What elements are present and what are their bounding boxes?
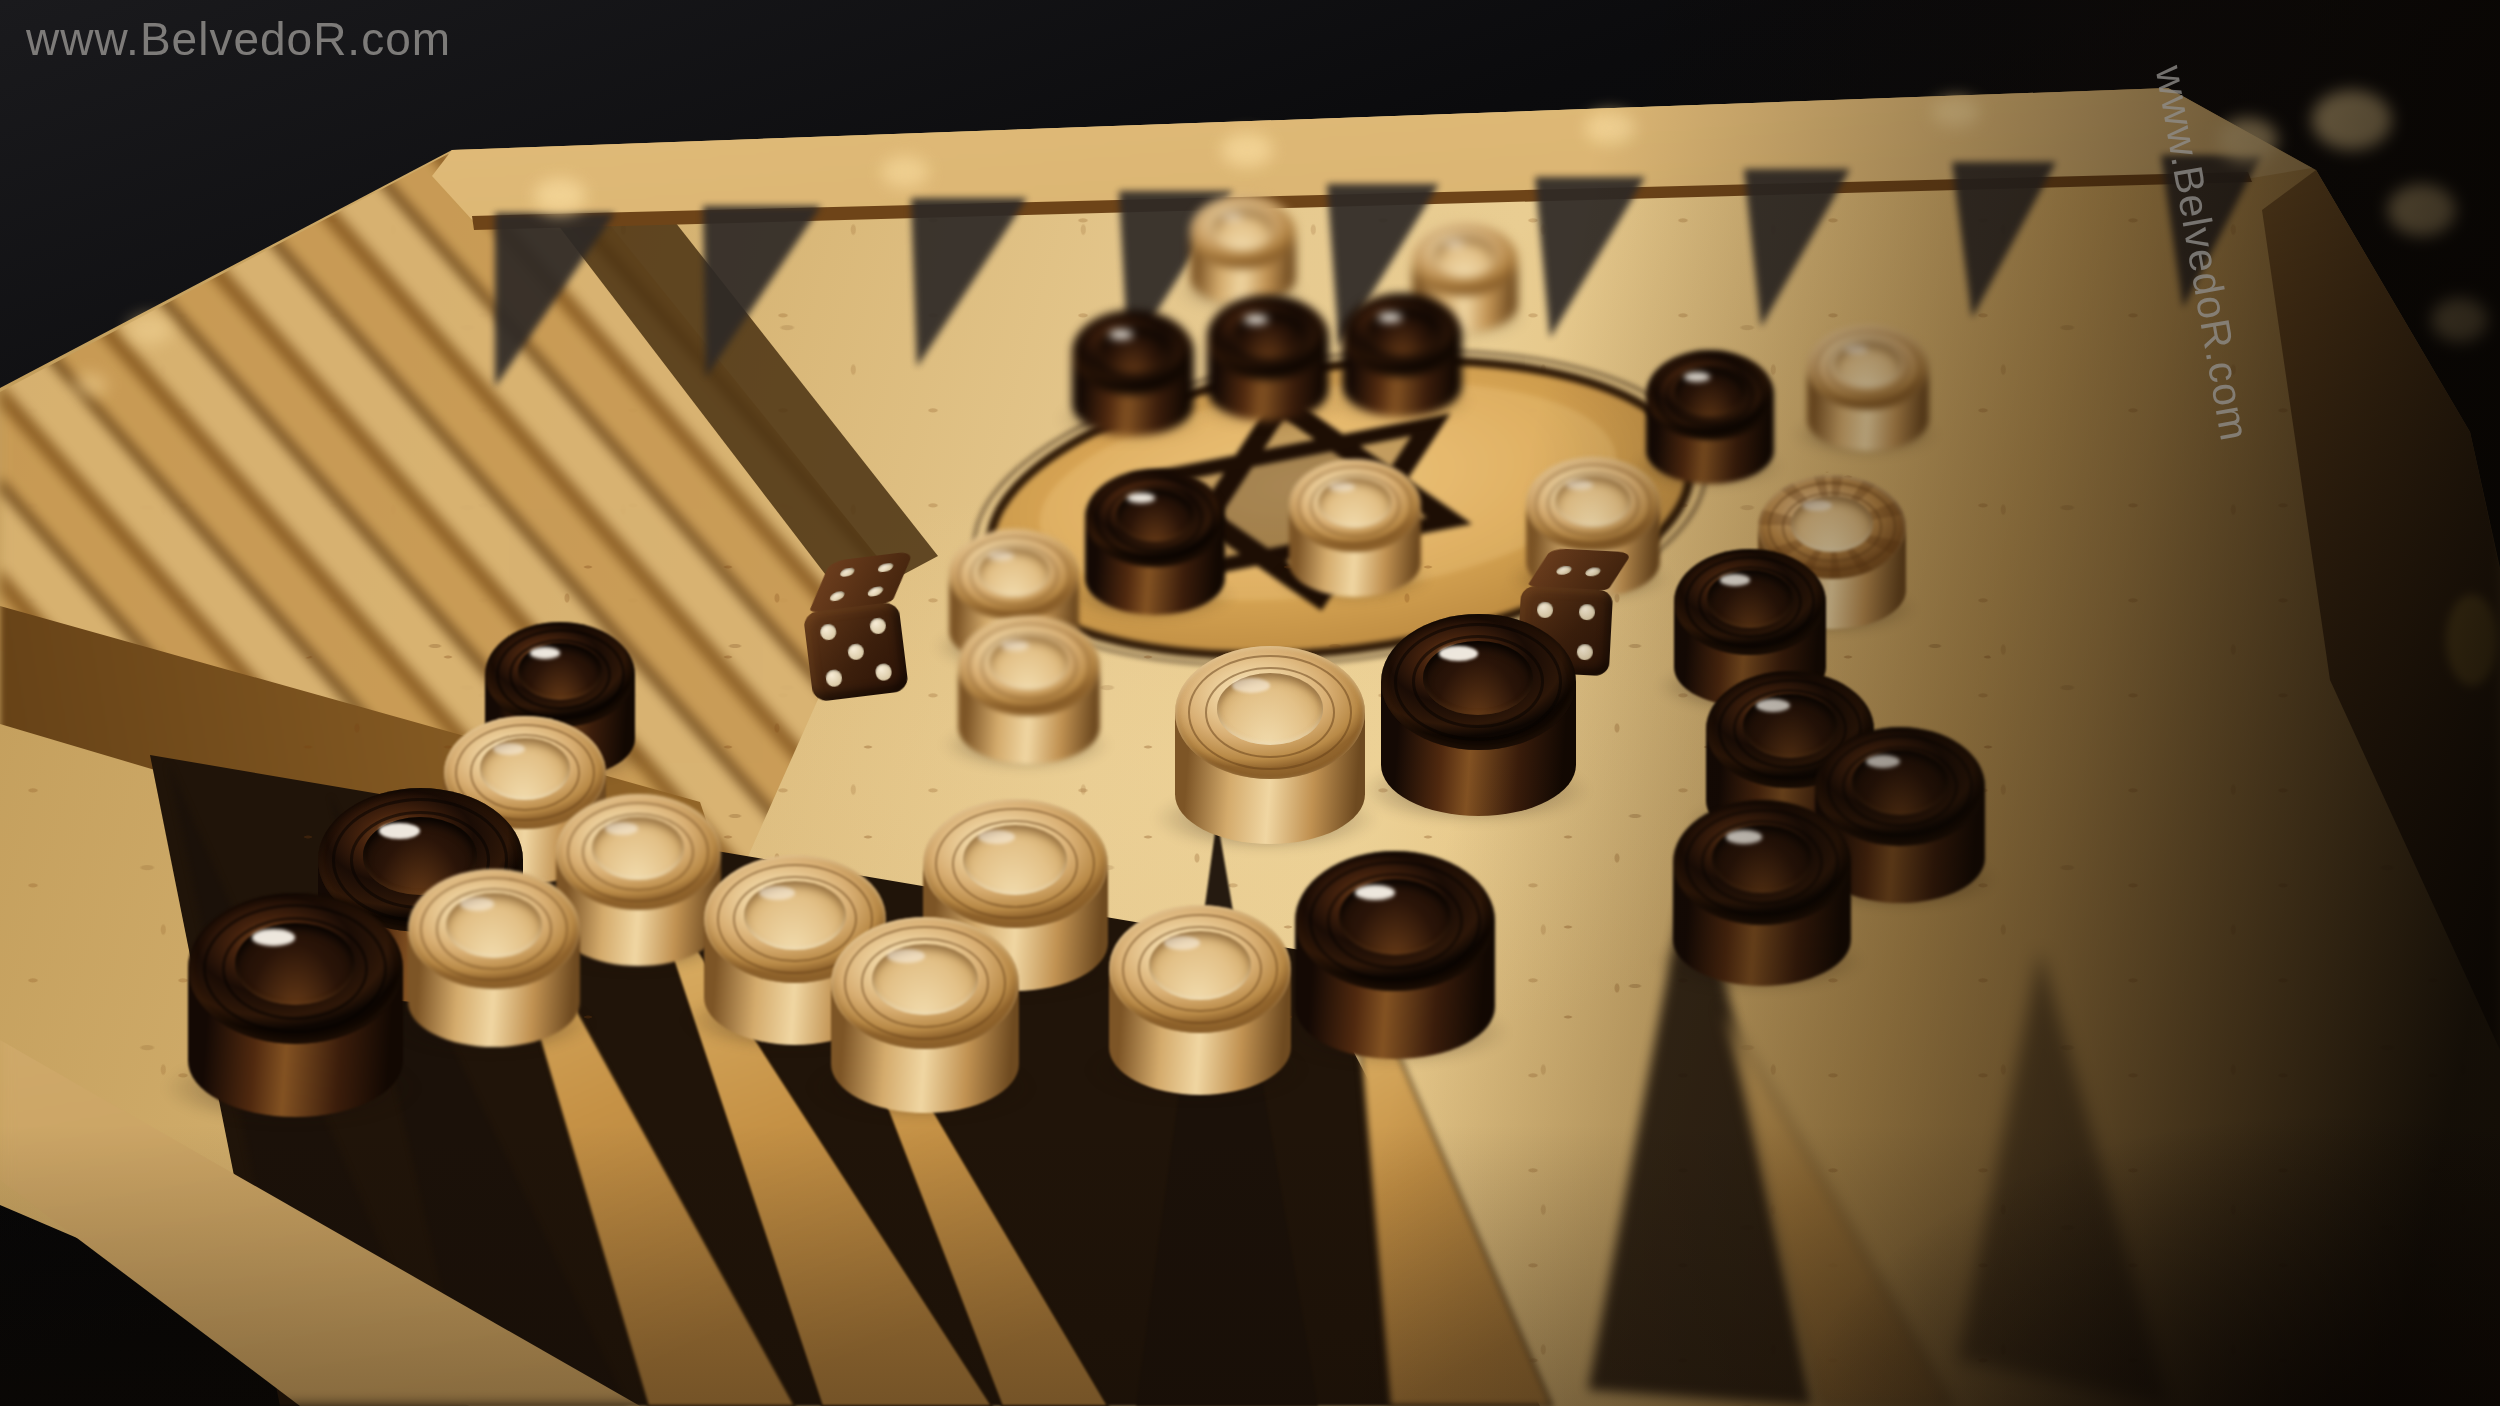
checker-top xyxy=(1342,293,1462,377)
specular-glint xyxy=(978,830,1015,844)
checker-light[interactable] xyxy=(958,616,1100,764)
specular-glint xyxy=(1222,213,1243,221)
checker-top xyxy=(1646,350,1774,440)
checker-top xyxy=(958,616,1100,715)
specular-glint xyxy=(1378,313,1402,322)
checker-top xyxy=(1673,800,1851,925)
checker-light[interactable] xyxy=(1109,905,1291,1094)
checker-top xyxy=(1381,614,1576,751)
checker-top xyxy=(949,529,1079,620)
die-top-face xyxy=(808,551,913,612)
die-pip xyxy=(828,590,846,601)
checker-light[interactable] xyxy=(1190,195,1296,305)
specular-glint xyxy=(1566,480,1593,490)
checker-top xyxy=(1190,195,1296,269)
checker-top xyxy=(831,917,1019,1049)
specular-glint xyxy=(530,647,560,659)
specular-glint xyxy=(252,929,295,946)
die-pip xyxy=(1579,604,1595,620)
checker-top xyxy=(1295,851,1495,991)
checker-top xyxy=(408,869,580,989)
specular-glint xyxy=(759,886,795,900)
checker-dark[interactable] xyxy=(1207,295,1329,422)
backgammon-board-photo: www.BelvedoR.com www.BelvedoR.com xyxy=(0,0,2500,1406)
checker-light[interactable] xyxy=(1807,325,1929,452)
checker-top xyxy=(1207,295,1329,380)
checker-top xyxy=(1085,469,1225,567)
checker-dark[interactable] xyxy=(1072,310,1194,437)
die-pip xyxy=(838,567,856,578)
checker-dark[interactable] xyxy=(1085,469,1225,615)
specular-glint xyxy=(1355,885,1395,900)
die-pip xyxy=(1554,566,1573,575)
specular-glint xyxy=(1444,240,1465,248)
checker-dark[interactable] xyxy=(188,893,403,1117)
checker-dark[interactable] xyxy=(1342,293,1462,418)
die-pip xyxy=(819,622,837,640)
specular-glint xyxy=(1756,699,1790,712)
checker-top xyxy=(1109,905,1291,1032)
checker-top xyxy=(1175,646,1365,779)
checker-light[interactable] xyxy=(831,917,1019,1113)
checker-top xyxy=(485,622,635,727)
specular-glint xyxy=(1329,482,1355,492)
die-pip xyxy=(825,669,843,687)
specular-glint xyxy=(605,822,638,835)
checker-light[interactable] xyxy=(408,869,580,1048)
checker-top xyxy=(1526,457,1660,551)
checker-light[interactable] xyxy=(1175,646,1365,844)
checker-dark[interactable] xyxy=(1673,800,1851,985)
checker-top xyxy=(188,893,403,1044)
specular-glint xyxy=(1001,640,1029,651)
die-pip xyxy=(866,585,884,596)
checker-light[interactable] xyxy=(1289,459,1421,596)
specular-glint xyxy=(1726,830,1762,844)
checker-light[interactable] xyxy=(556,794,721,966)
checker-top xyxy=(1289,459,1421,551)
die-pip xyxy=(847,643,865,661)
checker-dark[interactable] xyxy=(1646,350,1774,483)
die-1[interactable] xyxy=(797,554,909,703)
die-pip xyxy=(876,562,894,573)
checkers-and-dice-layer xyxy=(0,0,2500,1406)
specular-glint xyxy=(1164,936,1200,950)
specular-glint xyxy=(1232,678,1270,693)
checker-top xyxy=(1072,310,1194,395)
die-pip xyxy=(1583,568,1602,577)
checker-top xyxy=(1674,549,1826,655)
specular-glint xyxy=(1684,372,1710,382)
checker-dark[interactable] xyxy=(1381,614,1576,817)
checker-top xyxy=(1412,222,1518,296)
checker-top xyxy=(1807,325,1929,410)
die-front-face xyxy=(803,601,909,702)
die-pip xyxy=(874,663,892,681)
checker-top xyxy=(923,799,1108,929)
specular-glint xyxy=(460,897,494,910)
die-pip xyxy=(869,616,887,634)
specular-glint xyxy=(379,823,420,839)
die-pip xyxy=(1577,644,1593,660)
checker-dark[interactable] xyxy=(1295,851,1495,1059)
checker-top xyxy=(556,794,721,910)
